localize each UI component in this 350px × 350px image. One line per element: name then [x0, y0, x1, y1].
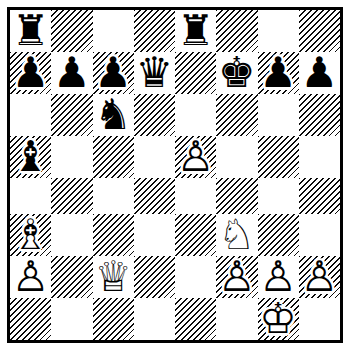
square-e3[interactable]: [175, 214, 216, 256]
piece-white-bishop: ♝♗: [12, 214, 50, 256]
square-e8[interactable]: ♜: [175, 10, 216, 52]
piece-black-rook: ♜: [177, 10, 215, 52]
square-e2[interactable]: [175, 256, 216, 298]
square-b2[interactable]: [51, 256, 92, 298]
piece-black-pawn: ♟: [12, 52, 50, 94]
square-d7[interactable]: ♛: [134, 52, 175, 94]
square-e6[interactable]: [175, 94, 216, 136]
square-c6[interactable]: ♞: [93, 94, 134, 136]
square-d3[interactable]: [134, 214, 175, 256]
square-c5[interactable]: [93, 136, 134, 178]
square-b1[interactable]: [51, 298, 92, 340]
square-f1[interactable]: [216, 298, 257, 340]
square-h1[interactable]: [299, 298, 340, 340]
square-h7[interactable]: ♟: [299, 52, 340, 94]
square-f3[interactable]: ♞♘: [216, 214, 257, 256]
square-b7[interactable]: ♟: [51, 52, 92, 94]
square-g5[interactable]: [258, 136, 299, 178]
square-f8[interactable]: [216, 10, 257, 52]
piece-black-pawn: ♟: [94, 52, 132, 94]
piece-black-pawn: ♟: [259, 52, 297, 94]
piece-white-pawn: ♟♙: [177, 136, 215, 178]
square-g7[interactable]: ♟: [258, 52, 299, 94]
square-c8[interactable]: [93, 10, 134, 52]
square-h3[interactable]: [299, 214, 340, 256]
square-b6[interactable]: [51, 94, 92, 136]
square-g2[interactable]: ♟♙: [258, 256, 299, 298]
square-g6[interactable]: [258, 94, 299, 136]
square-d6[interactable]: [134, 94, 175, 136]
square-g1[interactable]: ♚♔: [258, 298, 299, 340]
square-h6[interactable]: [299, 94, 340, 136]
piece-white-knight: ♞♘: [218, 214, 256, 256]
square-c7[interactable]: ♟: [93, 52, 134, 94]
square-d1[interactable]: [134, 298, 175, 340]
square-e5[interactable]: ♟♙: [175, 136, 216, 178]
square-a6[interactable]: [10, 94, 51, 136]
chess-diagram-page: ♜♜♟♟♟♛♚♟♟♞♝♟♙♝♗♞♘♟♙♛♕♟♙♟♙♟♙♚♔: [0, 0, 350, 350]
square-c2[interactable]: ♛♕: [93, 256, 134, 298]
square-f7[interactable]: ♚: [216, 52, 257, 94]
piece-black-king: ♚: [218, 52, 256, 94]
square-f4[interactable]: [216, 178, 257, 214]
square-a5[interactable]: ♝: [10, 136, 51, 178]
piece-black-knight: ♞: [94, 94, 132, 136]
piece-white-pawn: ♟♙: [12, 256, 50, 298]
piece-white-pawn: ♟♙: [259, 256, 297, 298]
square-h8[interactable]: [299, 10, 340, 52]
square-c4[interactable]: [93, 178, 134, 214]
square-f2[interactable]: ♟♙: [216, 256, 257, 298]
piece-black-queen: ♛: [136, 52, 174, 94]
square-b8[interactable]: [51, 10, 92, 52]
piece-white-pawn: ♟♙: [301, 256, 339, 298]
piece-white-king: ♚♔: [259, 298, 297, 340]
piece-black-pawn: ♟: [53, 52, 91, 94]
piece-black-rook: ♜: [12, 10, 50, 52]
square-h2[interactable]: ♟♙: [299, 256, 340, 298]
square-c1[interactable]: [93, 298, 134, 340]
square-f6[interactable]: [216, 94, 257, 136]
square-c3[interactable]: [93, 214, 134, 256]
square-a3[interactable]: ♝♗: [10, 214, 51, 256]
square-g4[interactable]: [258, 178, 299, 214]
square-f5[interactable]: [216, 136, 257, 178]
square-d2[interactable]: [134, 256, 175, 298]
square-b5[interactable]: [51, 136, 92, 178]
square-h5[interactable]: [299, 136, 340, 178]
square-e1[interactable]: [175, 298, 216, 340]
square-e4[interactable]: [175, 178, 216, 214]
square-g8[interactable]: [258, 10, 299, 52]
square-h4[interactable]: [299, 178, 340, 214]
square-g3[interactable]: [258, 214, 299, 256]
piece-white-queen: ♛♕: [94, 256, 132, 298]
square-a1[interactable]: [10, 298, 51, 340]
square-b4[interactable]: [51, 178, 92, 214]
board-frame: ♜♜♟♟♟♛♚♟♟♞♝♟♙♝♗♞♘♟♙♛♕♟♙♟♙♟♙♚♔: [7, 7, 343, 343]
square-a7[interactable]: ♟: [10, 52, 51, 94]
square-a8[interactable]: ♜: [10, 10, 51, 52]
square-d8[interactable]: [134, 10, 175, 52]
square-d5[interactable]: [134, 136, 175, 178]
square-d4[interactable]: [134, 178, 175, 214]
square-a2[interactable]: ♟♙: [10, 256, 51, 298]
square-e7[interactable]: [175, 52, 216, 94]
piece-black-bishop: ♝: [12, 136, 50, 178]
square-b3[interactable]: [51, 214, 92, 256]
chess-board: ♜♜♟♟♟♛♚♟♟♞♝♟♙♝♗♞♘♟♙♛♕♟♙♟♙♟♙♚♔: [10, 10, 340, 340]
piece-white-pawn: ♟♙: [218, 256, 256, 298]
piece-black-pawn: ♟: [301, 52, 339, 94]
square-a4[interactable]: [10, 178, 51, 214]
